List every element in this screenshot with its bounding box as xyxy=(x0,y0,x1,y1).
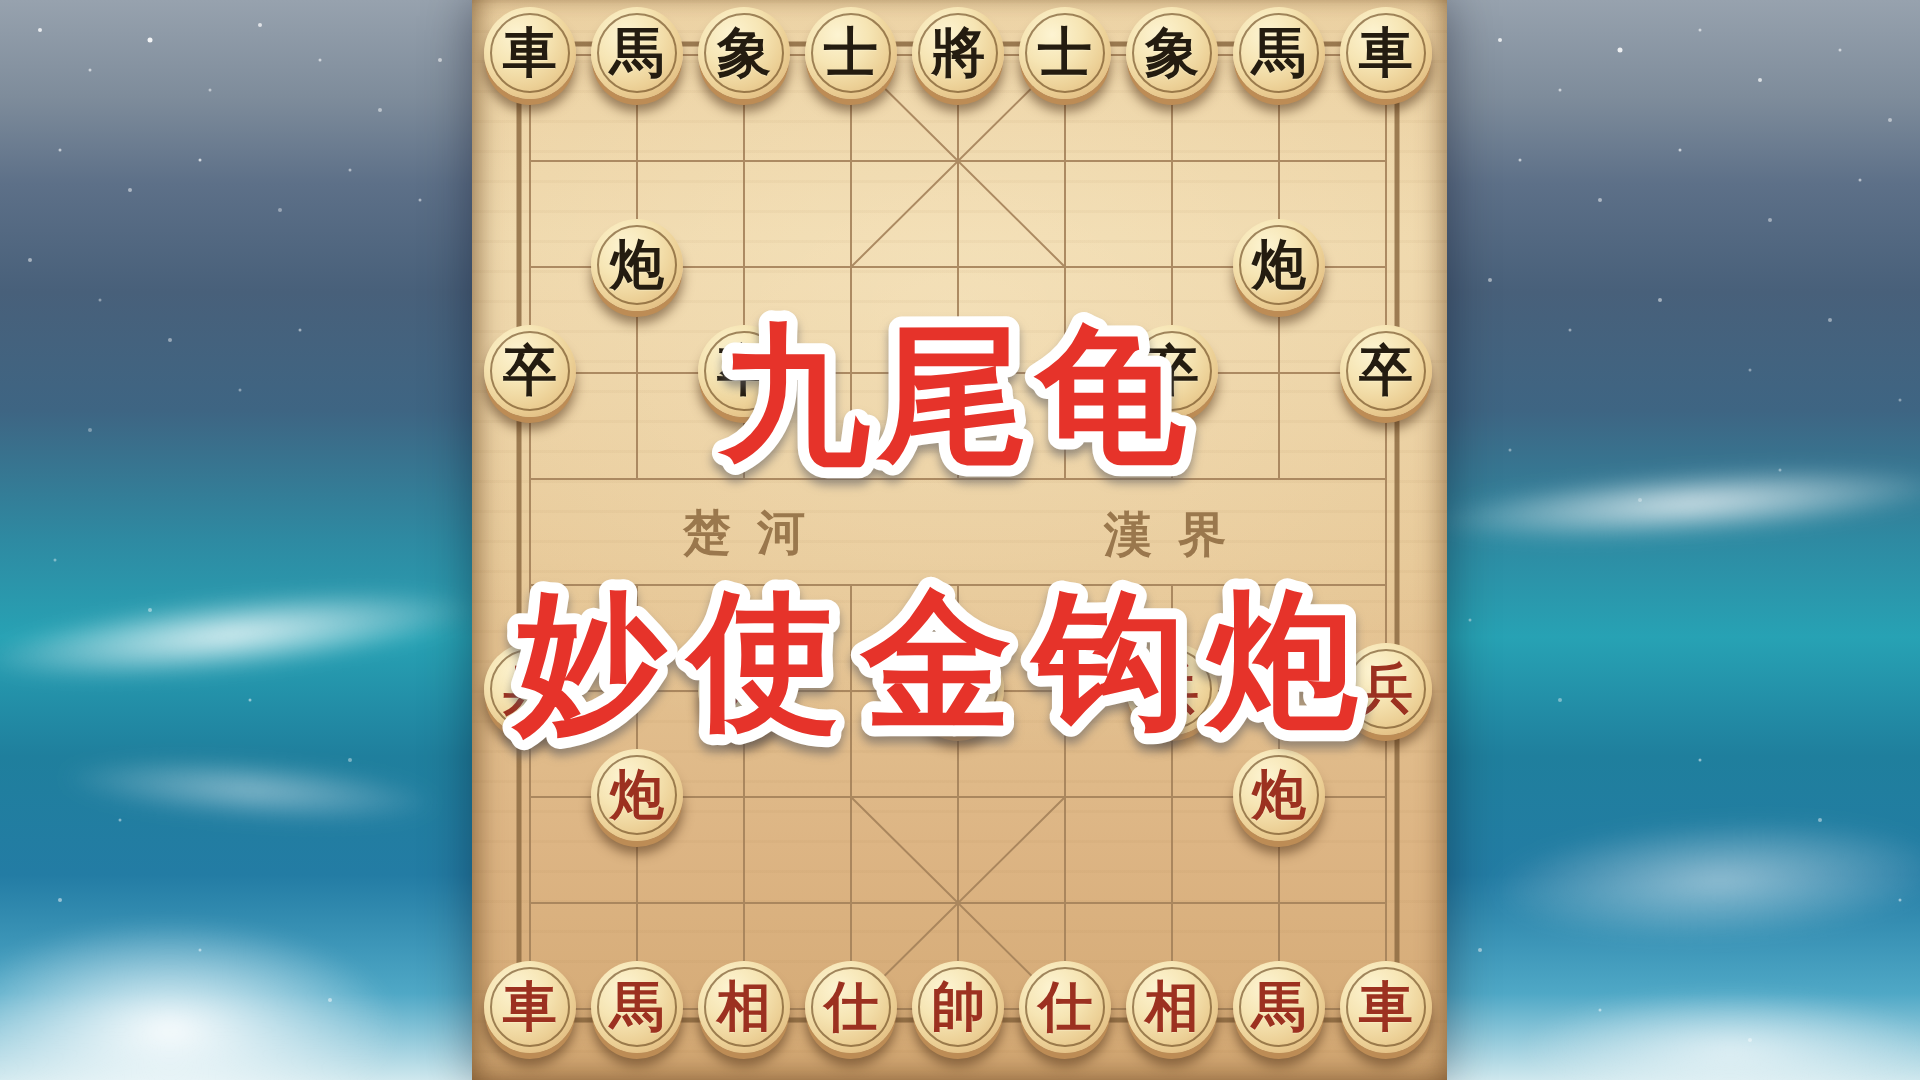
title-line2: 妙使金钩炮 xyxy=(511,571,1381,747)
title-line1: 九尾龟 xyxy=(717,306,1194,482)
title-overlay: 九尾龟 妙使金钩炮 xyxy=(0,0,1920,1080)
ocean-background: 楚河 漢界 車馬象士將士象馬車炮炮卒卒卒卒卒兵兵兵兵兵炮炮車馬相仕帥仕相馬車 九… xyxy=(0,0,1920,1080)
